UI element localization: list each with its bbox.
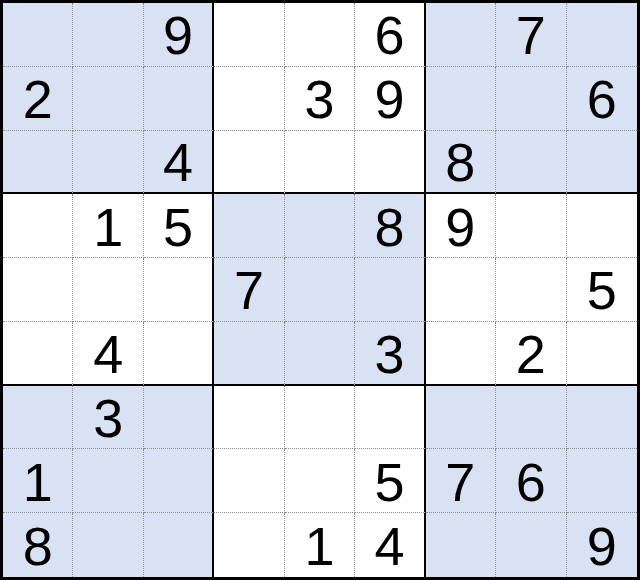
cell-r6c6[interactable]: 3 (355, 322, 425, 386)
cell-r6c9[interactable] (567, 322, 637, 386)
cell-r7c6[interactable] (355, 386, 425, 450)
given-digit: 1 (304, 519, 334, 573)
cell-r5c9[interactable]: 5 (567, 258, 637, 322)
cell-r9c5[interactable]: 1 (285, 513, 355, 577)
cell-r8c8[interactable]: 6 (496, 449, 566, 513)
given-digit: 4 (163, 135, 193, 189)
cell-r4c9[interactable] (567, 194, 637, 258)
cell-r6c7[interactable] (426, 322, 496, 386)
cell-r4c2[interactable]: 1 (73, 194, 143, 258)
cell-r2c5[interactable]: 3 (285, 67, 355, 131)
given-digit: 8 (374, 200, 404, 254)
given-digit: 5 (374, 455, 404, 509)
given-digit: 5 (587, 263, 617, 317)
cell-r3c5[interactable] (285, 131, 355, 195)
cell-r4c1[interactable] (3, 194, 73, 258)
cell-r8c7[interactable]: 7 (426, 449, 496, 513)
cell-r8c6[interactable]: 5 (355, 449, 425, 513)
cell-r7c8[interactable] (496, 386, 566, 450)
given-digit: 6 (587, 72, 617, 126)
cell-r1c4[interactable] (214, 3, 284, 67)
given-digit: 2 (516, 327, 546, 381)
cell-r3c2[interactable] (73, 131, 143, 195)
cell-r1c2[interactable] (73, 3, 143, 67)
cell-r8c9[interactable] (567, 449, 637, 513)
cell-r9c4[interactable] (214, 513, 284, 577)
cell-r2c3[interactable] (144, 67, 214, 131)
cell-r8c3[interactable] (144, 449, 214, 513)
given-digit: 4 (374, 519, 404, 573)
cell-r6c4[interactable] (214, 322, 284, 386)
cell-r6c8[interactable]: 2 (496, 322, 566, 386)
cell-r2c9[interactable]: 6 (567, 67, 637, 131)
cell-r7c9[interactable] (567, 386, 637, 450)
cell-r1c7[interactable] (426, 3, 496, 67)
cell-r9c1[interactable]: 8 (3, 513, 73, 577)
given-digit: 9 (587, 519, 617, 573)
cell-r9c8[interactable] (496, 513, 566, 577)
cell-r9c9[interactable]: 9 (567, 513, 637, 577)
cell-r8c4[interactable] (214, 449, 284, 513)
given-digit: 1 (93, 200, 123, 254)
cell-r5c4[interactable]: 7 (214, 258, 284, 322)
cell-r1c6[interactable]: 6 (355, 3, 425, 67)
cell-r9c6[interactable]: 4 (355, 513, 425, 577)
cell-r3c1[interactable] (3, 131, 73, 195)
cell-r1c1[interactable] (3, 3, 73, 67)
sudoku-board: 967239648158975432315768149 (0, 0, 640, 580)
cell-r5c1[interactable] (3, 258, 73, 322)
cell-r5c6[interactable] (355, 258, 425, 322)
cell-r3c7[interactable]: 8 (426, 131, 496, 195)
cell-r2c8[interactable] (496, 67, 566, 131)
cell-r1c5[interactable] (285, 3, 355, 67)
given-digit: 9 (163, 8, 193, 62)
cell-r9c3[interactable] (144, 513, 214, 577)
cell-r6c1[interactable] (3, 322, 73, 386)
given-digit: 7 (234, 263, 264, 317)
given-digit: 8 (23, 519, 53, 573)
cell-r6c5[interactable] (285, 322, 355, 386)
cell-r5c8[interactable] (496, 258, 566, 322)
cell-r3c8[interactable] (496, 131, 566, 195)
cell-r4c6[interactable]: 8 (355, 194, 425, 258)
given-digit: 7 (516, 8, 546, 62)
cell-r5c3[interactable] (144, 258, 214, 322)
given-digit: 9 (445, 200, 475, 254)
cell-r9c7[interactable] (426, 513, 496, 577)
cell-r1c8[interactable]: 7 (496, 3, 566, 67)
cell-r7c5[interactable] (285, 386, 355, 450)
given-digit: 3 (374, 327, 404, 381)
cell-r6c2[interactable]: 4 (73, 322, 143, 386)
cell-r2c7[interactable] (426, 67, 496, 131)
cell-r6c3[interactable] (144, 322, 214, 386)
cell-r3c6[interactable] (355, 131, 425, 195)
cell-r2c4[interactable] (214, 67, 284, 131)
cell-r3c9[interactable] (567, 131, 637, 195)
given-digit: 6 (516, 455, 546, 509)
cell-r4c8[interactable] (496, 194, 566, 258)
cell-r5c7[interactable] (426, 258, 496, 322)
cell-r7c2[interactable]: 3 (73, 386, 143, 450)
given-digit: 3 (93, 391, 123, 445)
given-digit: 8 (445, 135, 475, 189)
cell-r2c6[interactable]: 9 (355, 67, 425, 131)
given-digit: 2 (23, 72, 53, 126)
cell-r7c3[interactable] (144, 386, 214, 450)
cell-r4c7[interactable]: 9 (426, 194, 496, 258)
cell-r7c7[interactable] (426, 386, 496, 450)
cell-r2c2[interactable] (73, 67, 143, 131)
cell-r4c4[interactable] (214, 194, 284, 258)
given-digit: 3 (304, 72, 334, 126)
cell-r1c3[interactable]: 9 (144, 3, 214, 67)
given-digit: 5 (163, 200, 193, 254)
cell-r3c4[interactable] (214, 131, 284, 195)
given-digit: 7 (445, 455, 475, 509)
given-digit: 1 (23, 455, 53, 509)
cell-r4c5[interactable] (285, 194, 355, 258)
given-digit: 6 (374, 8, 404, 62)
cell-r4c3[interactable]: 5 (144, 194, 214, 258)
cell-r8c5[interactable] (285, 449, 355, 513)
cell-r8c1[interactable]: 1 (3, 449, 73, 513)
cell-r7c4[interactable] (214, 386, 284, 450)
cell-r7c1[interactable] (3, 386, 73, 450)
cell-r9c2[interactable] (73, 513, 143, 577)
cell-r8c2[interactable] (73, 449, 143, 513)
cell-r5c2[interactable] (73, 258, 143, 322)
given-digit: 9 (374, 72, 404, 126)
cell-r5c5[interactable] (285, 258, 355, 322)
cell-r1c9[interactable] (567, 3, 637, 67)
cell-r2c1[interactable]: 2 (3, 67, 73, 131)
cell-r3c3[interactable]: 4 (144, 131, 214, 195)
given-digit: 4 (93, 327, 123, 381)
